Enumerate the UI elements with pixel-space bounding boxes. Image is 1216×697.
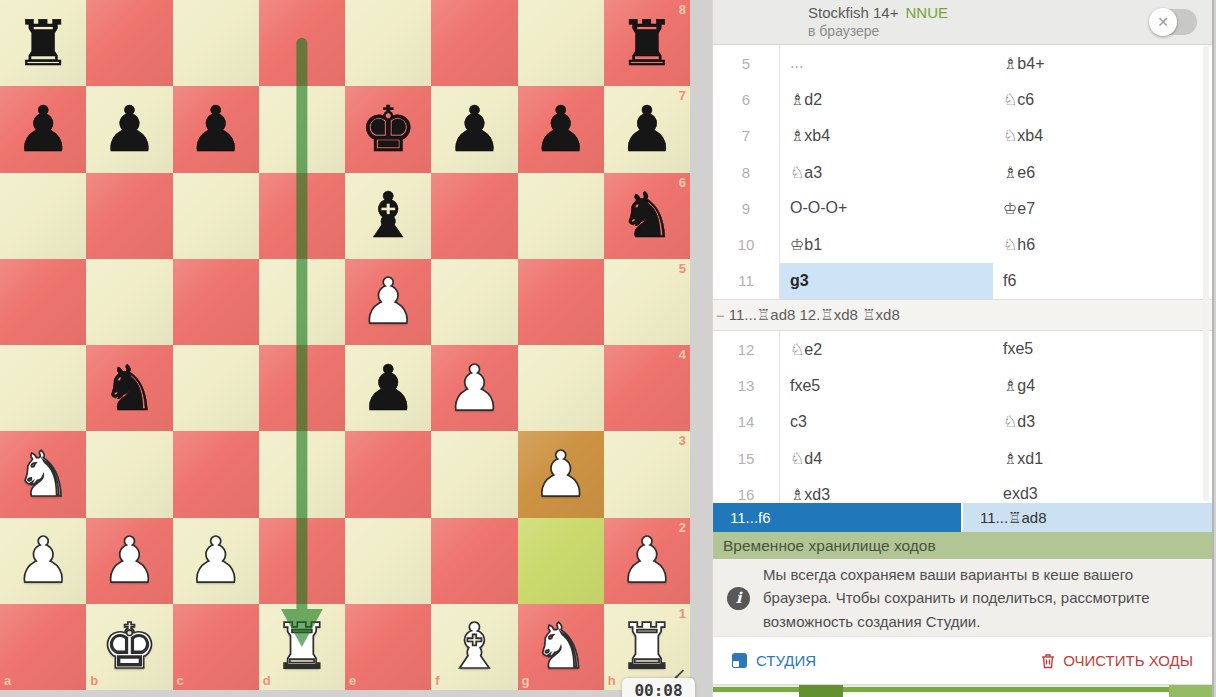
move-white-12[interactable]: ♘e2 <box>780 331 993 367</box>
coord-rank-1: 1 <box>679 606 686 621</box>
piece-white-rook[interactable]: ♜ <box>274 615 330 678</box>
square-e5[interactable]: ♟ <box>345 259 431 345</box>
move-white-6[interactable]: ♗d2 <box>780 81 993 117</box>
trash-icon <box>1041 653 1055 669</box>
move-row-14: 14c3♘d3 <box>713 404 1212 440</box>
move-black-13[interactable]: ♗g4 <box>993 367 1212 403</box>
move-row-5: 5...♗b4+ <box>713 45 1212 81</box>
square-e3[interactable] <box>345 431 431 517</box>
tab-line-rad8[interactable]: 11...♖ad8 <box>963 503 1212 532</box>
coord-rank-3: 3 <box>679 433 686 448</box>
square-d8[interactable] <box>259 0 345 86</box>
square-h2[interactable]: ♟2 <box>604 518 690 604</box>
square-e2[interactable] <box>345 518 431 604</box>
piece-black-pawn[interactable]: ♟ <box>187 98 243 161</box>
square-b8[interactable] <box>86 0 172 86</box>
coord-rank-6: 6 <box>679 175 686 190</box>
square-f2[interactable] <box>431 518 517 604</box>
square-c1[interactable]: c <box>173 604 259 690</box>
bottom-progress-track <box>713 687 1212 692</box>
square-e6[interactable]: ♝ <box>345 173 431 259</box>
move-black-6[interactable]: ♘c6 <box>993 81 1212 117</box>
move-black-15[interactable]: ♗xd1 <box>993 440 1212 476</box>
piece-black-knight[interactable]: ♞ <box>101 357 157 420</box>
engine-subtitle: в браузере <box>808 23 948 39</box>
coord-file-e: e <box>349 673 356 688</box>
coord-file-a: a <box>4 673 11 688</box>
square-b7[interactable]: ♟ <box>86 86 172 172</box>
coord-file-h: h <box>608 673 616 688</box>
info-box: i Мы всегда сохраняем ваши варианты в ке… <box>713 559 1212 637</box>
move-white-8[interactable]: ♘a3 <box>780 154 993 190</box>
engine-info: Stockfish 14+NNUE в браузере <box>808 4 948 39</box>
analysis-panel: Stockfish 14+NNUE в браузере ✕ 5...♗b4+6… <box>712 0 1214 697</box>
square-d5[interactable] <box>259 259 345 345</box>
variation-text[interactable]: 11...♖ad8 12.♖xd8 ♖xd8 <box>729 306 900 324</box>
piece-white-bishop[interactable]: ♝ <box>446 615 502 678</box>
move-number-10: 10 <box>713 226 780 262</box>
piece-black-king[interactable]: ♚ <box>360 98 416 161</box>
piece-black-pawn[interactable]: ♟ <box>101 98 157 161</box>
board[interactable]: ♜♜8♟♟♟♚♟♟♟7♝♞6♟5♞♟♟4♞♟3♟♟♟♟2a♚bc♜de♝f♞g♜… <box>0 0 690 690</box>
move-black-7[interactable]: ♘xb4 <box>993 118 1212 154</box>
move-white-14[interactable]: c3 <box>780 404 993 440</box>
piece-black-rook[interactable]: ♜ <box>15 12 71 75</box>
move-white-7[interactable]: ♗xb4 <box>780 118 993 154</box>
square-d1[interactable]: ♜d <box>259 604 345 690</box>
square-c5[interactable] <box>173 259 259 345</box>
square-f6[interactable] <box>431 173 517 259</box>
scrollbar-track[interactable] <box>1203 46 1209 501</box>
square-a7[interactable]: ♟ <box>0 86 86 172</box>
square-g1[interactable]: ♞g <box>518 604 604 690</box>
temp-storage-banner: Временное хранилище ходов <box>713 532 1212 559</box>
info-text: Мы всегда сохраняем ваши варианты в кеше… <box>763 563 1150 634</box>
clear-moves-label[interactable]: ОЧИСТИТЬ ХОДЫ <box>1063 652 1193 669</box>
square-b1[interactable]: ♚b <box>86 604 172 690</box>
piece-white-pawn[interactable]: ♟ <box>619 529 675 592</box>
square-h3[interactable]: 3 <box>604 431 690 517</box>
move-number-6: 6 <box>713 81 780 117</box>
square-f3[interactable] <box>431 431 517 517</box>
piece-white-knight[interactable]: ♞ <box>15 443 71 506</box>
piece-black-knight[interactable]: ♞ <box>619 184 675 247</box>
move-number-7: 7 <box>713 118 780 154</box>
square-h4[interactable]: 4 <box>604 345 690 431</box>
move-white-13[interactable]: fxe5 <box>780 367 993 403</box>
move-white-9[interactable]: O-O-O+ <box>780 190 993 226</box>
square-c8[interactable] <box>173 0 259 86</box>
square-h5[interactable]: 5 <box>604 259 690 345</box>
engine-nnue-badge: NNUE <box>905 4 948 21</box>
move-black-9[interactable]: ♔e7 <box>993 190 1212 226</box>
square-g8[interactable] <box>518 0 604 86</box>
piece-black-bishop[interactable]: ♝ <box>360 184 416 247</box>
move-black-10[interactable]: ♘h6 <box>993 226 1212 262</box>
square-c4[interactable] <box>173 345 259 431</box>
square-b6[interactable] <box>86 173 172 259</box>
move-row-15: 15♘d4♗xd1 <box>713 440 1212 476</box>
move-number-12: 12 <box>713 331 780 367</box>
piece-white-king[interactable]: ♚ <box>101 615 157 678</box>
piece-white-pawn[interactable]: ♟ <box>15 529 71 592</box>
move-black-12[interactable]: fxe5 <box>993 331 1212 367</box>
panel-footer: СТУДИЯ ОЧИСТИТЬ ХОДЫ <box>713 637 1212 684</box>
square-e8[interactable] <box>345 0 431 86</box>
move-number-5: 5 <box>713 45 780 81</box>
move-number-9: 9 <box>713 190 780 226</box>
coord-file-c: c <box>177 673 184 688</box>
move-black-14[interactable]: ♘d3 <box>993 404 1212 440</box>
studio-icon <box>732 653 747 668</box>
square-b4[interactable]: ♞ <box>86 345 172 431</box>
piece-black-rook[interactable]: ♜ <box>619 12 675 75</box>
engine-toggle[interactable]: ✕ <box>1150 9 1197 35</box>
move-row-8: 8♘a3♗e6 <box>713 154 1212 190</box>
move-black-5[interactable]: ♗b4+ <box>993 45 1212 81</box>
bottom-progress-right <box>1169 685 1214 697</box>
coord-rank-2: 2 <box>679 520 686 535</box>
square-g5[interactable] <box>518 259 604 345</box>
square-b3[interactable] <box>86 431 172 517</box>
coord-file-g: g <box>522 673 530 688</box>
coord-rank-5: 5 <box>679 261 686 276</box>
square-a4[interactable] <box>0 345 86 431</box>
piece-white-knight[interactable]: ♞ <box>532 615 588 678</box>
variation-collapse-icon[interactable]: − <box>716 307 725 324</box>
move-list-variation: 12♘e2fxe513fxe5♗g414c3♘d315♘d4♗xd116♗xd3… <box>713 331 1212 512</box>
piece-white-rook[interactable]: ♜ <box>619 615 675 678</box>
move-row-13: 13fxe5♗g4 <box>713 367 1212 403</box>
coord-rank-8: 8 <box>679 2 686 17</box>
square-g7[interactable]: ♟ <box>518 86 604 172</box>
piece-white-pawn[interactable]: ♟ <box>187 529 243 592</box>
square-f8[interactable] <box>431 0 517 86</box>
coord-rank-7: 7 <box>679 88 686 103</box>
piece-black-pawn[interactable]: ♟ <box>360 357 416 420</box>
info-icon: i <box>727 587 750 610</box>
square-d6[interactable] <box>259 173 345 259</box>
move-number-11: 11 <box>713 263 780 299</box>
variation-tabs: 11...f6 11...♖ad8 <box>713 503 1212 532</box>
square-c2[interactable]: ♟ <box>173 518 259 604</box>
move-white-10[interactable]: ♔b1 <box>780 226 993 262</box>
square-a6[interactable] <box>0 173 86 259</box>
square-e1[interactable]: e <box>345 604 431 690</box>
move-list-main: 5...♗b4+6♗d2♘c67♗xb4♘xb48♘a3♗e69O-O-O+♔e… <box>713 45 1212 299</box>
piece-black-pawn[interactable]: ♟ <box>532 98 588 161</box>
square-g2[interactable] <box>518 518 604 604</box>
piece-black-pawn[interactable]: ♟ <box>15 98 71 161</box>
square-a2[interactable]: ♟ <box>0 518 86 604</box>
move-number-8: 8 <box>713 154 780 190</box>
move-black-11[interactable]: f6 <box>993 263 1212 299</box>
square-g6[interactable] <box>518 173 604 259</box>
studio-button[interactable]: СТУДИЯ <box>732 652 816 669</box>
move-row-7: 7♗xb4♘xb4 <box>713 118 1212 154</box>
clock: 00:08 <box>622 678 695 697</box>
square-d2[interactable] <box>259 518 345 604</box>
square-e4[interactable]: ♟ <box>345 345 431 431</box>
coord-rank-4: 4 <box>679 347 686 362</box>
square-d3[interactable] <box>259 431 345 517</box>
square-f7[interactable]: ♟ <box>431 86 517 172</box>
move-number-13: 13 <box>713 367 780 403</box>
square-d4[interactable] <box>259 345 345 431</box>
square-b2[interactable]: ♟ <box>86 518 172 604</box>
square-g4[interactable] <box>518 345 604 431</box>
move-row-11: 11g3f6 <box>713 263 1212 299</box>
move-black-8[interactable]: ♗e6 <box>993 154 1212 190</box>
move-row-10: 10♔b1♘h6 <box>713 226 1212 262</box>
square-c7[interactable]: ♟ <box>173 86 259 172</box>
engine-toggle-close-icon[interactable]: ✕ <box>1149 8 1177 36</box>
bottom-progress-handle[interactable] <box>799 685 843 697</box>
studio-label[interactable]: СТУДИЯ <box>756 652 816 669</box>
move-number-14: 14 <box>713 404 780 440</box>
square-f5[interactable] <box>431 259 517 345</box>
square-e7[interactable]: ♚ <box>345 86 431 172</box>
square-a8[interactable]: ♜ <box>0 0 86 86</box>
piece-white-pawn[interactable]: ♟ <box>532 443 588 506</box>
square-h6[interactable]: ♞6 <box>604 173 690 259</box>
square-c6[interactable] <box>173 173 259 259</box>
piece-black-pawn[interactable]: ♟ <box>446 98 502 161</box>
move-row-6: 6♗d2♘c6 <box>713 81 1212 117</box>
move-row-9: 9O-O-O+♔e7 <box>713 190 1212 226</box>
piece-white-pawn[interactable]: ♟ <box>446 357 502 420</box>
square-d7[interactable] <box>259 86 345 172</box>
square-f4[interactable]: ♟ <box>431 345 517 431</box>
move-white-11[interactable]: g3 <box>780 263 993 299</box>
square-a3[interactable]: ♞ <box>0 431 86 517</box>
square-h8[interactable]: ♜8 <box>604 0 690 86</box>
square-a5[interactable] <box>0 259 86 345</box>
piece-white-pawn[interactable]: ♟ <box>101 529 157 592</box>
coord-file-f: f <box>435 673 439 688</box>
square-f1[interactable]: ♝f <box>431 604 517 690</box>
square-g3[interactable]: ♟ <box>518 431 604 517</box>
square-b5[interactable] <box>86 259 172 345</box>
move-number-15: 15 <box>713 440 780 476</box>
analysis-page: ♜♜8♟♟♟♚♟♟♟7♝♞6♟5♞♟♟4♞♟3♟♟♟♟2a♚bc♜de♝f♞g♜… <box>0 0 1216 697</box>
move-white-15[interactable]: ♘d4 <box>780 440 993 476</box>
coord-file-d: d <box>263 673 271 688</box>
move-row-12: 12♘e2fxe5 <box>713 331 1212 367</box>
variation-line[interactable]: − 11...♖ad8 12.♖xd8 ♖xd8 <box>713 299 1212 331</box>
square-c3[interactable] <box>173 431 259 517</box>
square-h7[interactable]: ♟7 <box>604 86 690 172</box>
coord-file-b: b <box>90 673 98 688</box>
engine-name: Stockfish 14+ <box>808 4 898 21</box>
move-white-5[interactable]: ... <box>780 45 993 81</box>
engine-header: Stockfish 14+NNUE в браузере ✕ <box>713 0 1212 45</box>
piece-white-pawn[interactable]: ♟ <box>360 270 416 333</box>
tab-line-f6[interactable]: 11...f6 <box>713 503 961 532</box>
piece-black-pawn[interactable]: ♟ <box>619 98 675 161</box>
clear-moves-button[interactable]: ОЧИСТИТЬ ХОДЫ <box>1041 652 1193 669</box>
square-a1[interactable]: a <box>0 604 86 690</box>
